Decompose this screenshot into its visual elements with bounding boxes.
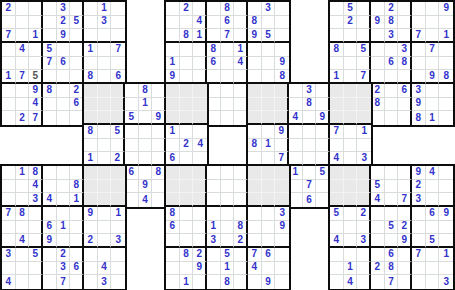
- cell-bl-r9c8[interactable]: 3: [98, 275, 112, 289]
- cell-bm-r5c8[interactable]: [262, 221, 276, 235]
- cell-bm-r9c4[interactable]: [207, 275, 221, 289]
- cell-tm-r1c6[interactable]: [234, 2, 248, 16]
- cell-tr-r5c2[interactable]: [344, 57, 358, 71]
- cell-tl-r3c5[interactable]: 9: [57, 29, 71, 43]
- cell-bm-r9c9[interactable]: [275, 275, 289, 289]
- cell-tl-r9c5[interactable]: [57, 111, 71, 125]
- cell-tm-r1c7[interactable]: [248, 2, 262, 16]
- cell-tl-r1c6[interactable]: [70, 2, 84, 16]
- cell-br-r9c3[interactable]: [357, 275, 371, 289]
- cell-bm-r1c3[interactable]: [193, 166, 207, 180]
- cell-bm-r7c3[interactable]: 2: [193, 248, 207, 262]
- cell-bl-r3c1[interactable]: [2, 193, 16, 207]
- cell-bm-r3c4[interactable]: [207, 193, 221, 207]
- cell-tr-r5c8[interactable]: [426, 57, 440, 71]
- cell-mr-r1c3[interactable]: [275, 84, 289, 98]
- cell-tr-r8c5[interactable]: [385, 98, 399, 112]
- cell-ml-r4c4[interactable]: [125, 125, 139, 139]
- cell-mr-r3c6[interactable]: 9: [316, 111, 330, 125]
- cell-bm-r9c1[interactable]: [166, 275, 180, 289]
- cell-tr-r9c6[interactable]: [398, 111, 412, 125]
- cell-tm-r2c4[interactable]: [207, 16, 221, 30]
- cell-ml-r2c4[interactable]: [125, 98, 139, 112]
- cell-ml-r5c8[interactable]: 2: [180, 139, 194, 153]
- cell-mr-r5c1[interactable]: 8: [248, 139, 262, 153]
- cell-tl-r5c7[interactable]: [84, 57, 98, 71]
- cell-bl-r2c3[interactable]: 4: [29, 180, 43, 194]
- cell-bl-r6c6[interactable]: [70, 234, 84, 248]
- cell-tr-r5c9[interactable]: [439, 57, 453, 71]
- cell-ml-r2c5[interactable]: 1: [139, 98, 153, 112]
- cell-tl-r5c1[interactable]: [2, 57, 16, 71]
- cell-ml-r9c4[interactable]: [125, 193, 139, 207]
- cell-bl-r8c4[interactable]: [43, 262, 57, 276]
- cell-bl-r1c1[interactable]: [2, 166, 16, 180]
- cell-bm-r3c3[interactable]: [193, 193, 207, 207]
- cell-bl-r1c2[interactable]: 1: [16, 166, 30, 180]
- cell-br-r7c8[interactable]: [426, 248, 440, 262]
- cell-br-r7c6[interactable]: [398, 248, 412, 262]
- cell-bm-r2c4[interactable]: [207, 180, 221, 194]
- cell-tm-r9c5[interactable]: [221, 111, 235, 125]
- cell-tl-r6c2[interactable]: 7: [16, 70, 30, 84]
- cell-bl-r6c8[interactable]: [98, 234, 112, 248]
- cell-bm-r9c6[interactable]: [234, 275, 248, 289]
- cell-mr-r1c9[interactable]: [357, 84, 371, 98]
- cell-tl-r7c4[interactable]: 8: [43, 84, 57, 98]
- cell-br-r9c8[interactable]: [426, 275, 440, 289]
- cell-mr-r3c9[interactable]: [357, 111, 371, 125]
- cell-ml-r7c5[interactable]: [139, 166, 153, 180]
- cell-tm-r4c4[interactable]: 8: [207, 43, 221, 57]
- cell-tm-r5c8[interactable]: [262, 57, 276, 71]
- cell-bl-r3c3[interactable]: 3: [29, 193, 43, 207]
- cell-br-r9c4[interactable]: [371, 275, 385, 289]
- cell-tm-r1c2[interactable]: 2: [180, 2, 194, 16]
- cell-mr-r2c9[interactable]: [357, 98, 371, 112]
- cell-mr-r4c5[interactable]: [303, 125, 317, 139]
- cell-tm-r5c9[interactable]: 9: [275, 57, 289, 71]
- cell-tr-r2c3[interactable]: [357, 16, 371, 30]
- cell-tr-r1c6[interactable]: [398, 2, 412, 16]
- cell-br-r3c6[interactable]: 7: [398, 193, 412, 207]
- cell-bl-r6c7[interactable]: 2: [84, 234, 98, 248]
- cell-br-r7c9[interactable]: 1: [439, 248, 453, 262]
- cell-mr-r1c4[interactable]: [289, 84, 303, 98]
- cell-bl-r1c3[interactable]: 8: [29, 166, 43, 180]
- cell-br-r6c9[interactable]: [439, 234, 453, 248]
- cell-tl-r3c3[interactable]: 1: [29, 29, 43, 43]
- cell-tm-r3c7[interactable]: 9: [248, 29, 262, 43]
- cell-bl-r5c2[interactable]: [16, 221, 30, 235]
- cell-bl-r4c8[interactable]: [98, 207, 112, 221]
- cell-tl-r8c5[interactable]: [57, 98, 71, 112]
- cell-bm-r5c2[interactable]: [180, 221, 194, 235]
- cell-tl-r6c3[interactable]: 5: [29, 70, 43, 84]
- cell-bm-r1c9[interactable]: [275, 166, 289, 180]
- cell-tm-r2c3[interactable]: 4: [193, 16, 207, 30]
- cell-mr-r5c8[interactable]: [344, 139, 358, 153]
- cell-tl-r2c5[interactable]: 2: [57, 16, 71, 30]
- cell-bm-r8c5[interactable]: 1: [221, 262, 235, 276]
- cell-ml-r3c4[interactable]: 5: [125, 111, 139, 125]
- cell-tl-r4c2[interactable]: 4: [16, 43, 30, 57]
- cell-tm-r5c7[interactable]: [248, 57, 262, 71]
- cell-tm-r4c5[interactable]: [221, 43, 235, 57]
- cell-br-r1c4[interactable]: [371, 166, 385, 180]
- cell-br-r1c6[interactable]: [398, 166, 412, 180]
- cell-br-r6c2[interactable]: [344, 234, 358, 248]
- cell-bm-r5c3[interactable]: [193, 221, 207, 235]
- cell-tl-r2c7[interactable]: [84, 16, 98, 30]
- cell-bl-r7c6[interactable]: [70, 248, 84, 262]
- cell-bl-r8c2[interactable]: [16, 262, 30, 276]
- cell-tm-r4c1[interactable]: [166, 43, 180, 57]
- cell-tr-r9c7[interactable]: 8: [412, 111, 426, 125]
- cell-tl-r5c4[interactable]: 7: [43, 57, 57, 71]
- cell-mr-r3c2[interactable]: [262, 111, 276, 125]
- cell-tm-r4c6[interactable]: 1: [234, 43, 248, 57]
- cell-br-r9c5[interactable]: 7: [385, 275, 399, 289]
- cell-mr-r2c5[interactable]: 8: [303, 98, 317, 112]
- cell-bl-r2c1[interactable]: [2, 180, 16, 194]
- cell-bl-r2c8[interactable]: [98, 180, 112, 194]
- cell-br-r9c2[interactable]: 4: [344, 275, 358, 289]
- cell-tl-r3c9[interactable]: [111, 29, 125, 43]
- cell-mr-r5c7[interactable]: [330, 139, 344, 153]
- cell-ml-r2c3[interactable]: [111, 98, 125, 112]
- cell-tm-r4c7[interactable]: [248, 43, 262, 57]
- cell-tr-r4c6[interactable]: 3: [398, 43, 412, 57]
- cell-tl-r9c4[interactable]: [43, 111, 57, 125]
- cell-tr-r2c1[interactable]: [330, 16, 344, 30]
- cell-mr-r2c4[interactable]: [289, 98, 303, 112]
- cell-tl-r1c5[interactable]: 3: [57, 2, 71, 16]
- cell-tr-r3c5[interactable]: 3: [385, 29, 399, 43]
- cell-bl-r4c4[interactable]: [43, 207, 57, 221]
- cell-br-r6c7[interactable]: [412, 234, 426, 248]
- cell-tr-r7c5[interactable]: [385, 84, 399, 98]
- cell-tr-r1c2[interactable]: 5: [344, 2, 358, 16]
- cell-bl-r4c3[interactable]: [29, 207, 43, 221]
- cell-bm-r4c2[interactable]: [180, 207, 194, 221]
- cell-tm-r3c8[interactable]: 5: [262, 29, 276, 43]
- cell-tr-r3c7[interactable]: 7: [412, 29, 426, 43]
- cell-mr-r4c7[interactable]: 7: [330, 125, 344, 139]
- cell-tl-r2c8[interactable]: 3: [98, 16, 112, 30]
- cell-bl-r5c5[interactable]: 1: [57, 221, 71, 235]
- cell-tm-r3c5[interactable]: 7: [221, 29, 235, 43]
- cell-br-r2c3[interactable]: [357, 180, 371, 194]
- cell-br-r5c7[interactable]: [412, 221, 426, 235]
- cell-bm-r2c3[interactable]: [193, 180, 207, 194]
- cell-bl-r9c3[interactable]: [29, 275, 43, 289]
- cell-br-r1c3[interactable]: [357, 166, 371, 180]
- cell-br-r3c8[interactable]: [426, 193, 440, 207]
- cell-br-r9c6[interactable]: [398, 275, 412, 289]
- cell-ml-r4c6[interactable]: [152, 125, 166, 139]
- cell-tr-r8c4[interactable]: 8: [371, 98, 385, 112]
- cell-ml-r8c4[interactable]: [125, 180, 139, 194]
- cell-tl-r5c5[interactable]: 6: [57, 57, 71, 71]
- cell-bl-r9c1[interactable]: 4: [2, 275, 16, 289]
- cell-bm-r6c1[interactable]: [166, 234, 180, 248]
- cell-bl-r3c5[interactable]: [57, 193, 71, 207]
- cell-bm-r2c2[interactable]: [180, 180, 194, 194]
- cell-tl-r2c4[interactable]: [43, 16, 57, 30]
- cell-tl-r4c5[interactable]: [57, 43, 71, 57]
- cell-tr-r5c5[interactable]: 6: [385, 57, 399, 71]
- cell-tr-r5c6[interactable]: 8: [398, 57, 412, 71]
- cell-tm-r2c5[interactable]: 6: [221, 16, 235, 30]
- cell-mr-r8c5[interactable]: 7: [303, 180, 317, 194]
- cell-bm-r5c9[interactable]: 9: [275, 221, 289, 235]
- cell-mr-r5c2[interactable]: 1: [262, 139, 276, 153]
- cell-bl-r6c4[interactable]: 9: [43, 234, 57, 248]
- cell-mr-r5c3[interactable]: [275, 139, 289, 153]
- cell-br-r5c5[interactable]: 5: [385, 221, 399, 235]
- cell-tl-r3c4[interactable]: [43, 29, 57, 43]
- cell-br-r1c2[interactable]: [344, 166, 358, 180]
- cell-br-r6c1[interactable]: 4: [330, 234, 344, 248]
- cell-br-r9c9[interactable]: 3: [439, 275, 453, 289]
- cell-bl-r7c7[interactable]: [84, 248, 98, 262]
- cell-ml-r5c6[interactable]: [152, 139, 166, 153]
- cell-tr-r3c8[interactable]: [426, 29, 440, 43]
- cell-tr-r4c5[interactable]: [385, 43, 399, 57]
- cell-mr-r8c4[interactable]: [289, 180, 303, 194]
- cell-bm-r5c4[interactable]: 1: [207, 221, 221, 235]
- cell-tr-r6c9[interactable]: 8: [439, 70, 453, 84]
- cell-tl-r5c9[interactable]: [111, 57, 125, 71]
- cell-bm-r4c3[interactable]: [193, 207, 207, 221]
- cell-br-r8c8[interactable]: [426, 262, 440, 276]
- cell-ml-r4c9[interactable]: [193, 125, 207, 139]
- cell-bl-r2c7[interactable]: [84, 180, 98, 194]
- cell-br-r3c5[interactable]: [385, 193, 399, 207]
- cell-br-r4c1[interactable]: 5: [330, 207, 344, 221]
- cell-bm-r3c7[interactable]: [248, 193, 262, 207]
- cell-tr-r2c5[interactable]: 8: [385, 16, 399, 30]
- cell-tm-r3c6[interactable]: [234, 29, 248, 43]
- cell-bm-r7c5[interactable]: 5: [221, 248, 235, 262]
- cell-ml-r4c8[interactable]: [180, 125, 194, 139]
- cell-br-r3c4[interactable]: 4: [371, 193, 385, 207]
- cell-br-r2c6[interactable]: [398, 180, 412, 194]
- cell-br-r2c7[interactable]: 2: [412, 180, 426, 194]
- cell-br-r5c1[interactable]: [330, 221, 344, 235]
- cell-tm-r1c4[interactable]: [207, 2, 221, 16]
- cell-mr-r1c6[interactable]: [316, 84, 330, 98]
- cell-bl-r1c8[interactable]: [98, 166, 112, 180]
- cell-bm-r3c8[interactable]: [262, 193, 276, 207]
- cell-ml-r3c7[interactable]: [166, 111, 180, 125]
- cell-bl-r7c9[interactable]: [111, 248, 125, 262]
- cell-ml-r3c2[interactable]: [98, 111, 112, 125]
- cell-tm-r5c6[interactable]: 4: [234, 57, 248, 71]
- cell-tr-r5c3[interactable]: [357, 57, 371, 71]
- cell-br-r4c8[interactable]: 6: [426, 207, 440, 221]
- cell-bm-r6c9[interactable]: [275, 234, 289, 248]
- cell-bm-r6c3[interactable]: [193, 234, 207, 248]
- cell-bl-r1c6[interactable]: [70, 166, 84, 180]
- cell-bl-r4c9[interactable]: 1: [111, 207, 125, 221]
- cell-br-r5c9[interactable]: [439, 221, 453, 235]
- cell-ml-r1c1[interactable]: [84, 84, 98, 98]
- cell-br-r3c2[interactable]: [344, 193, 358, 207]
- cell-mr-r3c1[interactable]: [248, 111, 262, 125]
- cell-tl-r5c3[interactable]: [29, 57, 43, 71]
- cell-tr-r4c9[interactable]: [439, 43, 453, 57]
- cell-ml-r5c9[interactable]: 4: [193, 139, 207, 153]
- cell-mr-r5c4[interactable]: [289, 139, 303, 153]
- cell-tm-r2c2[interactable]: [180, 16, 194, 30]
- cell-mr-r1c5[interactable]: 3: [303, 84, 317, 98]
- cell-bl-r2c6[interactable]: 8: [70, 180, 84, 194]
- cell-bl-r3c8[interactable]: [98, 193, 112, 207]
- cell-mr-r1c8[interactable]: [344, 84, 358, 98]
- cell-ml-r3c3[interactable]: [111, 111, 125, 125]
- cell-tm-r2c7[interactable]: 8: [248, 16, 262, 30]
- cell-ml-r3c9[interactable]: [193, 111, 207, 125]
- cell-tl-r2c6[interactable]: 5: [70, 16, 84, 30]
- cell-tr-r4c7[interactable]: [412, 43, 426, 57]
- cell-tl-r1c8[interactable]: 1: [98, 2, 112, 16]
- cell-tm-r4c8[interactable]: [262, 43, 276, 57]
- cell-bm-r6c4[interactable]: 3: [207, 234, 221, 248]
- cell-tl-r1c9[interactable]: [111, 2, 125, 16]
- cell-br-r5c6[interactable]: 2: [398, 221, 412, 235]
- cell-bm-r9c8[interactable]: 9: [262, 275, 276, 289]
- cell-bm-r6c5[interactable]: [221, 234, 235, 248]
- cell-tm-r5c5[interactable]: [221, 57, 235, 71]
- cell-bm-r6c7[interactable]: [248, 234, 262, 248]
- cell-tl-r1c4[interactable]: [43, 2, 57, 16]
- cell-br-r3c3[interactable]: [357, 193, 371, 207]
- cell-tl-r3c1[interactable]: 7: [2, 29, 16, 43]
- cell-tr-r2c4[interactable]: 9: [371, 16, 385, 30]
- cell-tl-r4c9[interactable]: 7: [111, 43, 125, 57]
- cell-ml-r7c4[interactable]: 6: [125, 166, 139, 180]
- cell-tm-r2c6[interactable]: [234, 16, 248, 30]
- cell-tr-r9c8[interactable]: 1: [426, 111, 440, 125]
- cell-tr-r1c8[interactable]: [426, 2, 440, 16]
- cell-tm-r1c8[interactable]: 3: [262, 2, 276, 16]
- cell-tm-r6c5[interactable]: [221, 70, 235, 84]
- cell-mr-r7c4[interactable]: 1: [289, 166, 303, 180]
- cell-br-r7c2[interactable]: [344, 248, 358, 262]
- cell-ml-r1c7[interactable]: [166, 84, 180, 98]
- cell-br-r1c9[interactable]: [439, 166, 453, 180]
- cell-bl-r9c9[interactable]: [111, 275, 125, 289]
- cell-br-r7c3[interactable]: [357, 248, 371, 262]
- cell-bm-r8c8[interactable]: [262, 262, 276, 276]
- cell-bl-r7c3[interactable]: 5: [29, 248, 43, 262]
- cell-ml-r5c4[interactable]: [125, 139, 139, 153]
- cell-tr-r1c3[interactable]: [357, 2, 371, 16]
- cell-ml-r4c7[interactable]: 1: [166, 125, 180, 139]
- cell-ml-r2c2[interactable]: [98, 98, 112, 112]
- cell-mr-r1c1[interactable]: [248, 84, 262, 98]
- cell-br-r6c6[interactable]: 9: [398, 234, 412, 248]
- cell-tr-r6c8[interactable]: 9: [426, 70, 440, 84]
- cell-bm-r1c4[interactable]: [207, 166, 221, 180]
- cell-br-r5c8[interactable]: [426, 221, 440, 235]
- cell-tm-r2c1[interactable]: [166, 16, 180, 30]
- cell-tm-r3c9[interactable]: [275, 29, 289, 43]
- cell-tm-r3c2[interactable]: 8: [180, 29, 194, 43]
- cell-mr-r6c5[interactable]: [303, 152, 317, 166]
- cell-tr-r5c1[interactable]: [330, 57, 344, 71]
- cell-tr-r3c2[interactable]: [344, 29, 358, 43]
- cell-tl-r4c8[interactable]: [98, 43, 112, 57]
- cell-bm-r1c6[interactable]: [234, 166, 248, 180]
- cell-bm-r8c6[interactable]: [234, 262, 248, 276]
- cell-bl-r5c8[interactable]: [98, 221, 112, 235]
- cell-bm-r2c5[interactable]: [221, 180, 235, 194]
- cell-bl-r6c1[interactable]: [2, 234, 16, 248]
- cell-br-r8c2[interactable]: 1: [344, 262, 358, 276]
- cell-ml-r1c5[interactable]: 8: [139, 84, 153, 98]
- cell-tm-r5c4[interactable]: 6: [207, 57, 221, 71]
- cell-mr-r4c6[interactable]: [316, 125, 330, 139]
- cell-tr-r3c3[interactable]: [357, 29, 371, 43]
- cell-bm-r4c9[interactable]: 3: [275, 207, 289, 221]
- cell-ml-r4c1[interactable]: 8: [84, 125, 98, 139]
- cell-bl-r9c7[interactable]: [84, 275, 98, 289]
- cell-br-r4c5[interactable]: [385, 207, 399, 221]
- cell-bm-r1c1[interactable]: [166, 166, 180, 180]
- cell-bl-r5c3[interactable]: [29, 221, 43, 235]
- cell-bl-r3c7[interactable]: [84, 193, 98, 207]
- cell-bm-r6c6[interactable]: 2: [234, 234, 248, 248]
- cell-br-r8c3[interactable]: [357, 262, 371, 276]
- cell-tr-r4c4[interactable]: [371, 43, 385, 57]
- cell-tr-r2c9[interactable]: [439, 16, 453, 30]
- cell-tl-r1c7[interactable]: [84, 2, 98, 16]
- cell-br-r4c3[interactable]: 2: [357, 207, 371, 221]
- cell-bm-r9c3[interactable]: [193, 275, 207, 289]
- cell-tm-r7c4[interactable]: [207, 84, 221, 98]
- cell-bl-r2c2[interactable]: [16, 180, 30, 194]
- cell-tr-r2c7[interactable]: [412, 16, 426, 30]
- cell-tl-r6c5[interactable]: [57, 70, 71, 84]
- cell-bl-r5c6[interactable]: [70, 221, 84, 235]
- cell-tr-r2c2[interactable]: 2: [344, 16, 358, 30]
- cell-bl-r8c3[interactable]: [29, 262, 43, 276]
- cell-br-r6c5[interactable]: [385, 234, 399, 248]
- cell-br-r2c5[interactable]: [385, 180, 399, 194]
- cell-tl-r2c1[interactable]: [2, 16, 16, 30]
- cell-br-r4c7[interactable]: [412, 207, 426, 221]
- cell-bm-r8c7[interactable]: 4: [248, 262, 262, 276]
- cell-ml-r5c2[interactable]: [98, 139, 112, 153]
- cell-tm-r7c5[interactable]: [221, 84, 235, 98]
- cell-tl-r7c1[interactable]: [2, 84, 16, 98]
- cell-br-r1c5[interactable]: [385, 166, 399, 180]
- cell-tm-r1c3[interactable]: [193, 2, 207, 16]
- cell-mr-r2c3[interactable]: [275, 98, 289, 112]
- cell-bl-r4c7[interactable]: 9: [84, 207, 98, 221]
- cell-bm-r7c4[interactable]: [207, 248, 221, 262]
- cell-ml-r3c5[interactable]: [139, 111, 153, 125]
- cell-bm-r7c9[interactable]: [275, 248, 289, 262]
- cell-tl-r4c6[interactable]: [70, 43, 84, 57]
- cell-bl-r8c6[interactable]: 6: [70, 262, 84, 276]
- cell-mr-r5c6[interactable]: [316, 139, 330, 153]
- cell-tl-r8c4[interactable]: [43, 98, 57, 112]
- cell-tm-r1c5[interactable]: 8: [221, 2, 235, 16]
